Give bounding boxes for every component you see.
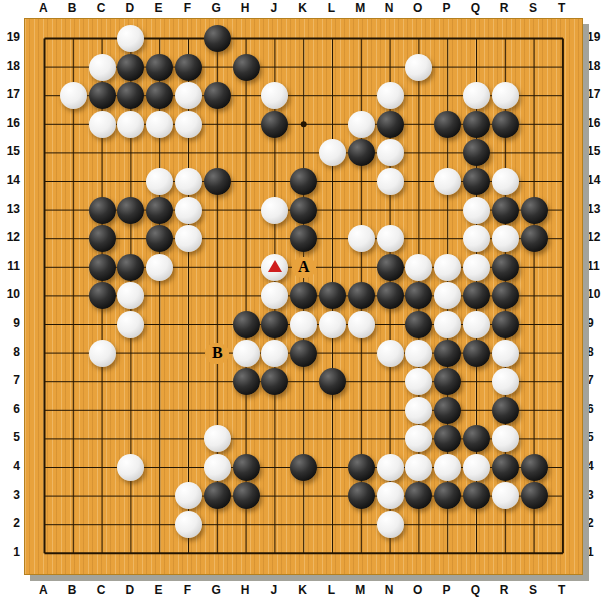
coord-label: 5: [2, 423, 20, 452]
black-stone: [434, 111, 461, 138]
white-stone: [175, 197, 202, 224]
black-stone: [348, 282, 375, 309]
white-stone: [117, 111, 144, 138]
coord-label: 6: [587, 395, 605, 424]
white-stone: [405, 454, 432, 481]
white-stone: [117, 311, 144, 338]
white-stone: [434, 454, 461, 481]
black-stone: [261, 111, 288, 138]
page: { "game": "go", "board_size": 19, "posit…: [0, 0, 606, 599]
coord-label: N: [375, 1, 404, 15]
coord-label: 11: [2, 252, 20, 281]
white-stone: [175, 168, 202, 195]
coord-label: 13: [587, 195, 605, 224]
black-stone: [233, 311, 260, 338]
column-labels-bottom: ABCDEFGHJKLMNOPQRST: [29, 583, 576, 597]
white-stone: [146, 168, 173, 195]
black-stone: [261, 368, 288, 395]
coord-label: 7: [587, 366, 605, 395]
black-stone: [233, 454, 260, 481]
black-stone: [348, 454, 375, 481]
black-stone: [463, 168, 490, 195]
white-stone: [492, 368, 519, 395]
coord-label: 5: [587, 423, 605, 452]
coord-label: 1: [587, 538, 605, 567]
white-stone: [117, 282, 144, 309]
white-stone: [377, 454, 404, 481]
white-stone: [89, 340, 116, 367]
coord-label: B: [58, 1, 87, 15]
black-stone: [146, 225, 173, 252]
white-stone: [434, 282, 461, 309]
black-stone: [434, 425, 461, 452]
black-stone: [319, 282, 346, 309]
white-stone: [492, 225, 519, 252]
row-labels-left: 19181716151413121110987654321: [2, 23, 20, 566]
black-stone: [89, 282, 116, 309]
black-stone: [434, 340, 461, 367]
white-stone: [319, 139, 346, 166]
coord-label: O: [403, 1, 432, 15]
coord-label: 18: [587, 52, 605, 81]
coord-label: 8: [587, 338, 605, 367]
white-stone: [377, 82, 404, 109]
white-stone: [204, 425, 231, 452]
coord-label: J: [259, 583, 288, 597]
coord-label: 4: [587, 452, 605, 481]
coord-label: 16: [587, 109, 605, 138]
coord-label: 4: [2, 452, 20, 481]
coord-label: P: [432, 1, 461, 15]
white-stone: [89, 54, 116, 81]
black-stone: [290, 282, 317, 309]
coord-label: G: [202, 1, 231, 15]
coord-label: J: [259, 1, 288, 15]
black-stone: [146, 82, 173, 109]
coord-label: 19: [587, 23, 605, 52]
coord-label: 16: [2, 109, 20, 138]
white-stone: [377, 482, 404, 509]
coord-label: L: [317, 583, 346, 597]
black-stone: [492, 311, 519, 338]
white-stone: [463, 225, 490, 252]
coord-label: F: [173, 583, 202, 597]
coord-label: 2: [587, 509, 605, 538]
coord-label: 15: [2, 137, 20, 166]
coord-label: 3: [587, 481, 605, 510]
coord-label: 6: [2, 395, 20, 424]
black-stone: [290, 454, 317, 481]
coord-label: S: [519, 583, 548, 597]
coord-label: M: [346, 583, 375, 597]
white-stone: [492, 482, 519, 509]
stones-layer[interactable]: AB: [30, 24, 577, 567]
coord-label: 8: [2, 338, 20, 367]
black-stone: [348, 139, 375, 166]
black-stone: [405, 282, 432, 309]
coord-label: C: [87, 1, 116, 15]
black-stone: [434, 368, 461, 395]
black-stone: [348, 482, 375, 509]
coord-label: 3: [2, 481, 20, 510]
coord-label: 18: [2, 52, 20, 81]
coord-label: 10: [587, 280, 605, 309]
coord-label: A: [29, 583, 58, 597]
white-stone: [492, 168, 519, 195]
black-stone: [117, 197, 144, 224]
white-stone: [492, 82, 519, 109]
black-stone: [89, 197, 116, 224]
board-label-A: A: [292, 257, 316, 278]
black-stone: [377, 254, 404, 281]
coord-label: L: [317, 1, 346, 15]
black-stone: [434, 397, 461, 424]
black-stone: [492, 111, 519, 138]
black-stone: [492, 254, 519, 281]
coord-label: K: [288, 583, 317, 597]
coord-label: R: [490, 583, 519, 597]
coord-label: T: [547, 583, 576, 597]
coord-label: E: [144, 1, 173, 15]
black-stone: [405, 311, 432, 338]
coord-label: G: [202, 583, 231, 597]
white-stone: [261, 340, 288, 367]
white-stone: [463, 82, 490, 109]
coord-label: R: [490, 1, 519, 15]
coord-label: 1: [2, 538, 20, 567]
coord-label: D: [115, 1, 144, 15]
white-stone: [175, 511, 202, 538]
black-stone: [204, 25, 231, 52]
coord-label: C: [87, 583, 116, 597]
white-stone: [405, 254, 432, 281]
go-board[interactable]: AB: [24, 18, 583, 575]
black-stone: [377, 111, 404, 138]
white-stone: [204, 454, 231, 481]
black-stone: [319, 368, 346, 395]
white-stone: [89, 111, 116, 138]
white-stone: [377, 225, 404, 252]
white-stone: [261, 254, 288, 281]
black-stone: [521, 225, 548, 252]
white-stone: [492, 340, 519, 367]
coord-label: K: [288, 1, 317, 15]
white-stone: [405, 425, 432, 452]
white-stone: [261, 197, 288, 224]
black-stone: [233, 54, 260, 81]
coord-label: T: [547, 1, 576, 15]
black-stone: [521, 197, 548, 224]
white-stone: [175, 82, 202, 109]
black-stone: [521, 482, 548, 509]
white-stone: [434, 168, 461, 195]
white-stone: [463, 197, 490, 224]
white-stone: [146, 254, 173, 281]
black-stone: [492, 282, 519, 309]
black-stone: [290, 225, 317, 252]
black-stone: [290, 197, 317, 224]
white-stone: [434, 311, 461, 338]
black-stone: [89, 254, 116, 281]
coord-label: A: [29, 1, 58, 15]
white-stone: [463, 311, 490, 338]
black-stone: [204, 482, 231, 509]
coord-label: B: [58, 583, 87, 597]
coord-label: D: [115, 583, 144, 597]
black-stone: [89, 225, 116, 252]
black-stone: [117, 82, 144, 109]
black-stone: [117, 54, 144, 81]
black-stone: [377, 282, 404, 309]
black-stone: [290, 168, 317, 195]
column-labels-top: ABCDEFGHJKLMNOPQRST: [29, 1, 576, 15]
black-stone: [463, 482, 490, 509]
row-labels-right: 19181716151413121110987654321: [587, 23, 605, 566]
black-stone: [492, 397, 519, 424]
triangle-marker-icon: [268, 260, 282, 272]
black-stone: [204, 168, 231, 195]
white-stone: [492, 425, 519, 452]
black-stone: [261, 311, 288, 338]
black-stone: [405, 482, 432, 509]
coord-label: 19: [2, 23, 20, 52]
white-stone: [405, 368, 432, 395]
black-stone: [492, 454, 519, 481]
coord-label: 9: [587, 309, 605, 338]
coord-label: 13: [2, 195, 20, 224]
white-stone: [117, 454, 144, 481]
white-stone: [405, 397, 432, 424]
black-stone: [146, 54, 173, 81]
white-stone: [175, 482, 202, 509]
coord-label: S: [519, 1, 548, 15]
white-stone: [146, 111, 173, 138]
black-stone: [204, 82, 231, 109]
black-stone: [463, 139, 490, 166]
coord-label: 12: [2, 223, 20, 252]
black-stone: [175, 54, 202, 81]
white-stone: [348, 225, 375, 252]
white-stone: [233, 340, 260, 367]
black-stone: [290, 340, 317, 367]
white-stone: [377, 511, 404, 538]
white-stone: [348, 111, 375, 138]
white-stone: [463, 254, 490, 281]
white-stone: [319, 311, 346, 338]
black-stone: [463, 425, 490, 452]
black-stone: [146, 197, 173, 224]
white-stone: [175, 225, 202, 252]
board-label-B: B: [205, 343, 229, 364]
black-stone: [89, 82, 116, 109]
white-stone: [60, 82, 87, 109]
white-stone: [377, 340, 404, 367]
black-stone: [117, 254, 144, 281]
white-stone: [175, 111, 202, 138]
black-stone: [463, 282, 490, 309]
coord-label: Q: [461, 583, 490, 597]
black-stone: [463, 340, 490, 367]
coord-label: 17: [2, 80, 20, 109]
coord-label: 7: [2, 366, 20, 395]
coord-label: 12: [587, 223, 605, 252]
coord-label: 15: [587, 137, 605, 166]
white-stone: [405, 340, 432, 367]
coord-label: O: [403, 583, 432, 597]
coord-label: Q: [461, 1, 490, 15]
white-stone: [463, 454, 490, 481]
white-stone: [261, 282, 288, 309]
black-stone: [434, 482, 461, 509]
coord-label: N: [375, 583, 404, 597]
coord-label: 11: [587, 252, 605, 281]
coord-label: 17: [587, 80, 605, 109]
coord-label: 10: [2, 280, 20, 309]
coord-label: 14: [2, 166, 20, 195]
white-stone: [290, 311, 317, 338]
white-stone: [261, 82, 288, 109]
white-stone: [434, 254, 461, 281]
black-stone: [521, 454, 548, 481]
white-stone: [348, 311, 375, 338]
black-stone: [233, 482, 260, 509]
coord-label: 9: [2, 309, 20, 338]
black-stone: [463, 111, 490, 138]
coord-label: H: [231, 583, 260, 597]
coord-label: P: [432, 583, 461, 597]
coord-label: 2: [2, 509, 20, 538]
coord-label: H: [231, 1, 260, 15]
white-stone: [377, 168, 404, 195]
coord-label: 14: [587, 166, 605, 195]
white-stone: [405, 54, 432, 81]
coord-label: M: [346, 1, 375, 15]
black-stone: [492, 197, 519, 224]
coord-label: F: [173, 1, 202, 15]
white-stone: [377, 139, 404, 166]
coord-label: E: [144, 583, 173, 597]
black-stone: [233, 368, 260, 395]
white-stone: [117, 25, 144, 52]
